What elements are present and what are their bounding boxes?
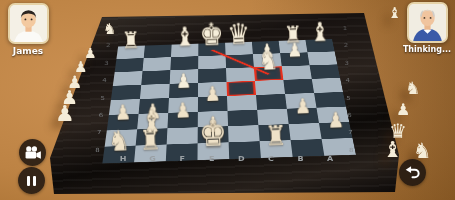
undo-button[interactable] — [399, 159, 426, 186]
rank-label-8: 8 — [347, 147, 355, 153]
rank-label-7: 7 — [346, 129, 354, 135]
captured-left-knight-0: ♞ — [103, 22, 116, 37]
piece-black-pawn-e5[interactable]: ♟ — [196, 83, 229, 104]
piece-black-rook-c8[interactable]: ♜ — [258, 121, 293, 149]
player-card-left: James — [0, 3, 58, 56]
file-label-F: F — [174, 156, 190, 163]
captured-right-knight-2: ♞ — [405, 80, 420, 97]
piece-black-pawn-f6[interactable]: ♟ — [166, 99, 199, 121]
rank-label-6: 6 — [346, 112, 354, 118]
rank-label-5: 5 — [345, 94, 353, 100]
rank-label-5: 5 — [99, 94, 107, 100]
player-avatar-cpu — [407, 2, 448, 43]
rank-label-7: 7 — [95, 129, 103, 135]
board-plane: ♜♝♚♛♜♝♞♟♟♟♞♜♚♜♝♟♟♟♟♟♟♟ — [102, 39, 356, 164]
undo-arrow-icon — [404, 164, 421, 181]
piece-black-pawn-b6[interactable]: ♟ — [286, 95, 319, 117]
file-label-B: B — [293, 156, 309, 163]
rank-label-3: 3 — [102, 60, 110, 66]
rank-label-2: 2 — [104, 42, 112, 48]
piece-black-king-e8[interactable]: ♚ — [195, 115, 230, 152]
piece-white-knight-c3[interactable]: ♞ — [252, 48, 284, 74]
camera-button[interactable] — [19, 139, 46, 166]
rank-label-4: 4 — [101, 77, 109, 83]
piece-black-knight-h8[interactable]: ♞ — [101, 126, 136, 155]
file-label-D: D — [233, 156, 249, 163]
avatar-older-man-blue-shirt — [409, 4, 446, 41]
file-label-C: C — [263, 156, 279, 163]
captured-right-bishop-5: ♝ — [383, 139, 403, 161]
avatar-man-dark-hair — [10, 5, 47, 42]
captured-right-pawn-3: ♟ — [396, 102, 410, 118]
captured-left-pawn-5: ♟ — [55, 103, 75, 125]
file-label-A: A — [322, 156, 338, 163]
piece-white-king-e1[interactable]: ♚ — [196, 18, 227, 50]
piece-white-queen-d1[interactable]: ♛ — [223, 19, 253, 49]
rank-label-4: 4 — [344, 77, 352, 83]
piece-white-pawn-f4[interactable]: ♟ — [167, 70, 199, 91]
player-name-left: James — [0, 46, 58, 56]
pause-button[interactable] — [18, 167, 45, 194]
piece-white-rook-h1[interactable]: ♜ — [115, 28, 145, 52]
opponent-status: Thinking... — [397, 45, 455, 54]
chess-app-screen: ♜♝♚♛♜♝♞♟♟♟♞♜♚♜♝♟♟♟♟♟♟♟ HGFEDCBA112233445… — [0, 0, 455, 200]
video-camera-icon — [24, 146, 42, 160]
rank-label-3: 3 — [343, 60, 351, 66]
pieces-layer: ♜♝♚♛♜♝♞♟♟♟♞♜♚♜♝♟♟♟♟♟♟♟ — [102, 39, 356, 164]
piece-black-rook-g8[interactable]: ♜ — [133, 126, 168, 154]
file-label-G: G — [145, 156, 161, 163]
file-label-E: E — [204, 156, 220, 163]
rank-label-2: 2 — [342, 42, 350, 48]
player-avatar-james — [8, 3, 49, 44]
rank-label-6: 6 — [97, 112, 105, 118]
rank-label-8: 8 — [93, 147, 101, 153]
pause-icon — [27, 176, 36, 186]
player-card-right: Thinking... — [397, 2, 455, 54]
file-label-H: H — [115, 156, 131, 163]
piece-white-bishop-f1[interactable]: ♝ — [169, 24, 199, 51]
rank-label-1: 1 — [341, 25, 349, 31]
